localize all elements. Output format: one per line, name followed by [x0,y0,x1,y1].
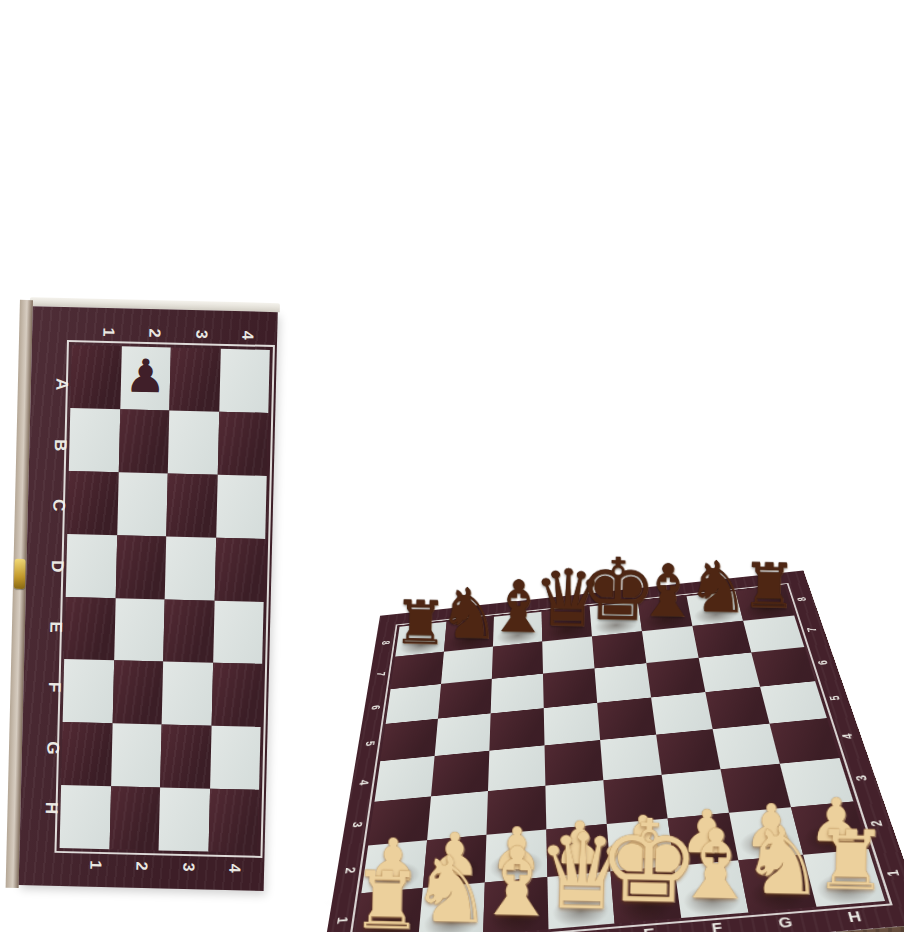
black-rook-h8: ♜ [741,555,797,618]
board-surface: ♜♞♝♛♚♝♞♜♟♟♟♟♟♟♟♟♜♞♝♛♚♝♞♜ ABCDEFGH 876543… [320,570,904,932]
product-photo: 1234 1234 ABCDEFGH ♟ ♜♞♝♛♚♝♞♜♟♟♟♟♟♟♟♟♜♞♝… [0,0,904,932]
box-square-D4 [214,537,265,601]
square-e6 [594,663,651,703]
square-c4 [488,745,545,791]
square-g5 [705,687,769,729]
square-c7 [492,642,543,679]
board-3d: ♜♞♝♛♚♝♞♜♟♟♟♟♟♟♟♟♜♞♝♛♚♝♞♜ ABCDEFGH 876543… [320,570,904,932]
box-square-C1 [67,471,118,535]
pawn-emblem-icon: ♟ [124,353,166,400]
square-a6 [386,684,441,724]
box-square-H4 [208,789,259,853]
square-g4 [713,724,780,770]
square-e5 [597,697,656,740]
square-f4 [656,729,720,775]
box-square-E1 [64,597,115,661]
square-b5 [435,713,491,756]
square-f7 [642,626,699,663]
square-f1: ♝ [674,860,748,918]
square-h4 [770,718,840,764]
box-square-A2: ♟ [120,346,171,410]
box-square-C4 [216,474,267,538]
square-g7 [692,621,751,658]
square-h5 [760,681,827,723]
box-square-E4 [213,600,264,664]
box-square-A3 [169,348,220,412]
square-d7 [542,636,594,673]
square-e7 [592,631,646,668]
square-a5 [380,719,438,762]
box-square-B3 [168,410,219,474]
square-h1: ♜ [803,849,885,907]
square-d6 [543,668,597,708]
box-square-H2 [109,786,160,850]
box-square-E2 [114,598,165,662]
square-g6 [699,652,760,692]
box-square-F1 [63,659,114,723]
box-square-B1 [69,408,120,472]
box-square-G1 [61,722,112,786]
box-square-F3 [162,662,213,726]
box-square-D2 [115,535,166,599]
square-f6 [646,658,705,698]
gold-hinge-icon [14,559,26,589]
box-square-H1 [60,785,111,849]
box-square-G3 [160,725,211,789]
box-square-C2 [117,472,168,536]
square-c6 [491,674,544,714]
box-bottom-number-labels: 1234 [72,851,258,882]
square-e4 [600,735,662,781]
box-checker-grid: ♟ [60,345,270,853]
box-square-E3 [163,599,214,663]
box-square-C3 [166,473,217,537]
box-square-D1 [66,534,117,598]
box-square-A1 [70,345,121,409]
square-a4 [374,756,434,802]
box-square-G2 [111,723,162,787]
box-square-D3 [165,536,216,600]
box-square-A4 [219,349,270,413]
square-d4 [545,740,604,786]
box-top-number-labels: 1234 [85,318,271,349]
square-b7 [441,647,493,684]
board-perspective: ♜♞♝♛♚♝♞♜♟♟♟♟♟♟♟♟♜♞♝♛♚♝♞♜ ABCDEFGH 876543… [292,554,904,932]
square-b6 [438,679,492,719]
open-chess-board: ♜♞♝♛♚♝♞♜♟♟♟♟♟♟♟♟♜♞♝♛♚♝♞♜ ABCDEFGH 876543… [292,554,904,932]
box-square-F4 [211,663,262,727]
square-c5 [489,708,544,751]
square-f5 [651,692,713,734]
folded-chess-box: 1234 1234 ABCDEFGH ♟ [6,297,278,891]
box-square-B4 [217,412,268,476]
square-g1: ♞ [738,855,816,913]
white-rook-h1: ♜ [813,819,888,902]
box-square-B2 [118,409,169,473]
box-square-G4 [210,726,261,790]
box-square-H3 [159,788,210,852]
square-b4 [431,751,489,797]
box-lid-face: 1234 1234 ABCDEFGH ♟ [19,306,278,891]
square-d5 [544,703,600,746]
box-square-F2 [112,661,163,725]
